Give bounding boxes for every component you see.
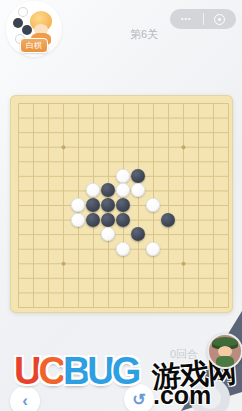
- back-chevron-icon: ‹: [22, 391, 28, 411]
- white-stone: [116, 169, 130, 183]
- watermark-brand: UCBUG: [14, 350, 138, 393]
- watermark-brand-letter: B: [63, 350, 87, 392]
- white-stone: [146, 198, 160, 212]
- miniprogram-capsule: •••: [170, 9, 236, 29]
- level-label: 第6关: [130, 27, 158, 42]
- watermark-brand-letter: U: [87, 350, 111, 392]
- black-stone: [101, 213, 115, 227]
- player-side-badge: 白棋: [20, 38, 48, 53]
- black-stone: [116, 198, 130, 212]
- watermark-swirl-icon: [190, 378, 230, 411]
- undo-button[interactable]: ↺: [124, 384, 154, 411]
- black-stone: [161, 213, 175, 227]
- black-stone: [131, 169, 145, 183]
- black-stone: [101, 198, 115, 212]
- white-stone: [71, 198, 85, 212]
- black-stone: [116, 213, 130, 227]
- black-stone: [86, 213, 100, 227]
- white-stone: [116, 242, 130, 256]
- site-mascot-avatar: [207, 333, 242, 369]
- black-stone: [86, 198, 100, 212]
- white-stone: [71, 213, 85, 227]
- app-screen: 白棋 第6关 ••• 0回合 ‹ ↺ ↻ UCBUG 游戏网 .com: [0, 0, 242, 411]
- exit-circle-icon[interactable]: [204, 14, 237, 25]
- gomoku-board[interactable]: [10, 95, 233, 313]
- undo-arrow-icon: ↺: [132, 390, 145, 409]
- round-counter: 0回合: [170, 347, 198, 362]
- watermark-brand-letter: C: [38, 350, 62, 392]
- avatar-black-stone: [13, 18, 23, 28]
- more-menu-icon[interactable]: •••: [170, 9, 203, 29]
- white-stone: [146, 242, 160, 256]
- avatar-white-stone: [18, 7, 28, 17]
- back-button[interactable]: ‹: [10, 386, 40, 411]
